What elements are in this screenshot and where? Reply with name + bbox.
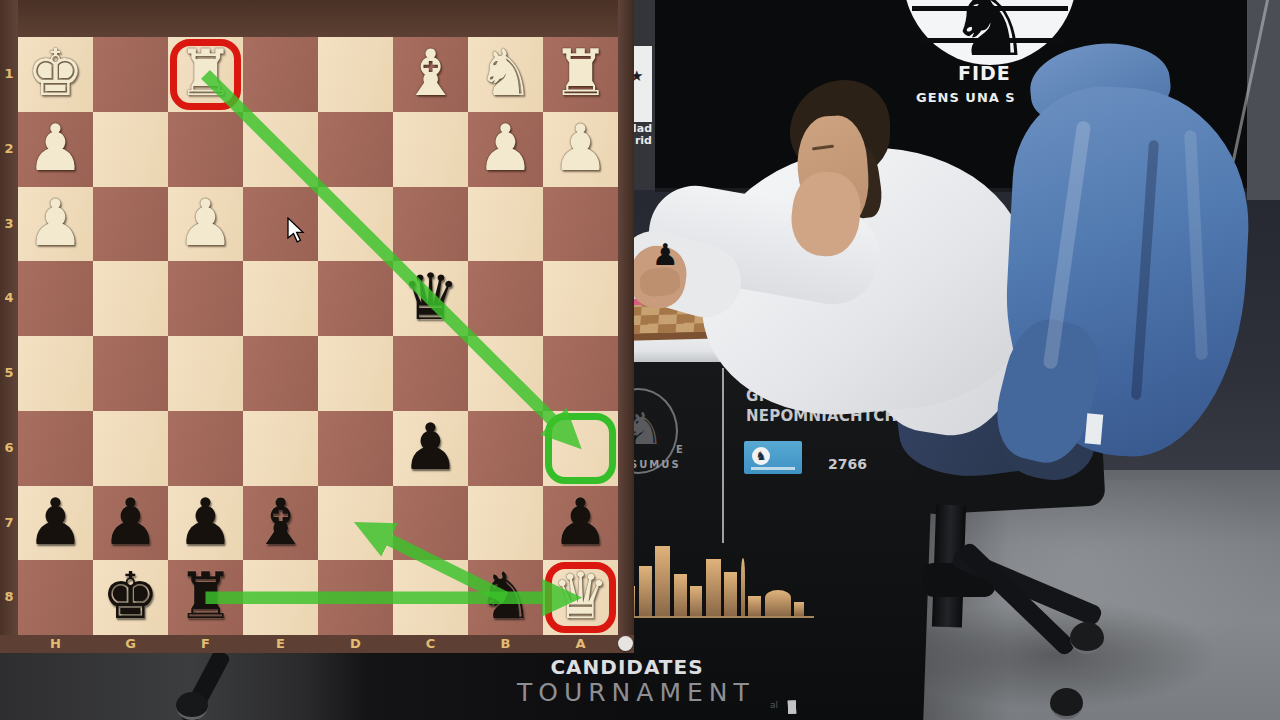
piece-bP-g7[interactable]: ♟ xyxy=(93,486,168,561)
square-c2[interactable] xyxy=(393,112,468,187)
square-a1[interactable]: ♜ xyxy=(543,37,618,112)
piece-wP-h3[interactable]: ♟ xyxy=(18,187,93,262)
square-e1[interactable] xyxy=(243,37,318,112)
square-f8[interactable]: ♜ xyxy=(168,560,243,635)
square-b7[interactable] xyxy=(468,486,543,561)
skyline-building xyxy=(706,559,721,616)
square-a4[interactable] xyxy=(543,261,618,336)
wall-panel-right xyxy=(1247,0,1280,200)
mouse-cursor xyxy=(287,217,309,247)
square-g1[interactable] xyxy=(93,37,168,112)
chair-wheel xyxy=(1050,688,1083,719)
piece-bK-g8[interactable]: ♚ xyxy=(93,560,168,635)
green-ring-a6 xyxy=(545,413,616,484)
square-a7[interactable]: ♟ xyxy=(543,486,618,561)
badge-caption-bar xyxy=(751,467,795,470)
board-frame-top xyxy=(0,0,634,37)
rank-label-4: 4 xyxy=(0,261,18,335)
piece-bQ-c4[interactable]: ♛ xyxy=(393,261,468,336)
square-b3[interactable] xyxy=(468,187,543,262)
piece-wP-a2[interactable]: ♟ xyxy=(543,112,618,187)
piece-bN-b8[interactable]: ♞ xyxy=(468,560,543,635)
rank-label-6: 6 xyxy=(0,411,18,485)
square-c4[interactable]: ♛ xyxy=(393,261,468,336)
rank-label-2: 2 xyxy=(0,112,18,186)
square-h5[interactable] xyxy=(18,336,93,411)
screenshot-stage: ♞ FIDE GENS UNA S ★ ★ dad rid ♞ E SUMUS … xyxy=(0,0,1280,720)
square-e5[interactable] xyxy=(243,336,318,411)
square-b1[interactable]: ♞ xyxy=(468,37,543,112)
chair-wheel xyxy=(1070,622,1104,654)
piece-wP-b2[interactable]: ♟ xyxy=(468,112,543,187)
piece-bP-f7[interactable]: ♟ xyxy=(168,486,243,561)
fide-knight-icon: ♞ xyxy=(753,447,769,465)
square-d2[interactable] xyxy=(318,112,393,187)
file-label-g: G xyxy=(93,636,168,652)
square-c3[interactable] xyxy=(393,187,468,262)
piece-wR-a1[interactable]: ♜ xyxy=(543,37,618,112)
file-label-c: C xyxy=(393,636,468,652)
square-d3[interactable] xyxy=(318,187,393,262)
square-c1[interactable]: ♝ xyxy=(393,37,468,112)
square-b4[interactable] xyxy=(468,261,543,336)
square-c5[interactable] xyxy=(393,336,468,411)
square-h1[interactable]: ♚ xyxy=(18,37,93,112)
skyline-building xyxy=(794,602,804,616)
square-f2[interactable] xyxy=(168,112,243,187)
square-f3[interactable]: ♟ xyxy=(168,187,243,262)
board-frame-right xyxy=(618,0,634,653)
square-g3[interactable] xyxy=(93,187,168,262)
skyline-building xyxy=(674,574,687,616)
square-h4[interactable] xyxy=(18,261,93,336)
piece-wN-b1[interactable]: ♞ xyxy=(468,37,543,112)
event-title-line1: CANDIDATES xyxy=(527,655,727,679)
piece-bR-f8[interactable]: ♜ xyxy=(168,560,243,635)
piece-wP-f3[interactable]: ♟ xyxy=(168,187,243,262)
file-label-d: D xyxy=(318,636,393,652)
desk-panel-edge xyxy=(722,368,724,543)
player-rating: 2766 xyxy=(828,456,888,472)
square-e6[interactable] xyxy=(243,411,318,486)
square-h7[interactable]: ♟ xyxy=(18,486,93,561)
red-ring-f1 xyxy=(170,39,241,110)
square-g8[interactable]: ♚ xyxy=(93,560,168,635)
square-g6[interactable] xyxy=(93,411,168,486)
square-d6[interactable] xyxy=(318,411,393,486)
red-ring-a8 xyxy=(545,562,616,633)
square-e7[interactable]: ♝ xyxy=(243,486,318,561)
file-label-e: E xyxy=(243,636,318,652)
rank-label-7: 7 xyxy=(0,486,18,560)
square-b5[interactable] xyxy=(468,336,543,411)
piece-bB-e7[interactable]: ♝ xyxy=(243,486,318,561)
skyline-building xyxy=(690,586,702,616)
square-g7[interactable]: ♟ xyxy=(93,486,168,561)
piece-wP-h2[interactable]: ♟ xyxy=(18,112,93,187)
piece-wK-h1[interactable]: ♚ xyxy=(18,37,93,112)
fide-motto: GENS UNA S xyxy=(916,90,1036,105)
piece-bP-a7[interactable]: ♟ xyxy=(543,486,618,561)
rank-label-1: 1 xyxy=(0,37,18,111)
skyline-building xyxy=(724,572,737,616)
square-h6[interactable] xyxy=(18,411,93,486)
square-g2[interactable] xyxy=(93,112,168,187)
motto-fragment: SUMUS xyxy=(630,459,690,470)
rank-label-3: 3 xyxy=(0,187,18,261)
square-h3[interactable]: ♟ xyxy=(18,187,93,262)
fide-wordmark: FIDE xyxy=(958,62,1038,84)
square-b8[interactable]: ♞ xyxy=(468,560,543,635)
square-d7[interactable] xyxy=(318,486,393,561)
square-e4[interactable] xyxy=(243,261,318,336)
square-a5[interactable] xyxy=(543,336,618,411)
square-a2[interactable]: ♟ xyxy=(543,112,618,187)
square-f6[interactable] xyxy=(168,411,243,486)
square-c8[interactable] xyxy=(393,560,468,635)
event-title-line2: TOURNAMENT xyxy=(517,678,737,707)
skyline-building xyxy=(741,558,745,616)
square-f5[interactable] xyxy=(168,336,243,411)
fide-wordmark-fragment: E xyxy=(676,444,690,455)
square-h2[interactable]: ♟ xyxy=(18,112,93,187)
rank-label-8: 8 xyxy=(0,560,18,634)
skyline-building xyxy=(748,596,761,616)
pocket-square xyxy=(1085,413,1104,444)
square-a3[interactable] xyxy=(543,187,618,262)
square-d4[interactable] xyxy=(318,261,393,336)
madrid-skyline-graphic xyxy=(622,544,820,618)
skyline-building xyxy=(765,590,791,616)
skyline-building xyxy=(639,566,652,616)
square-e8[interactable] xyxy=(243,560,318,635)
footer-logo-blocks xyxy=(788,699,832,715)
square-d1[interactable] xyxy=(318,37,393,112)
square-f4[interactable] xyxy=(168,261,243,336)
square-g4[interactable] xyxy=(93,261,168,336)
site-logo-dot xyxy=(618,636,633,651)
piece-bP-h7[interactable]: ♟ xyxy=(18,486,93,561)
digital-chess-board[interactable]: ♚♜♝♞♜♟♟♟♟♟♛♟♟♟♟♝♟♚♜♞♛ HGFEDCBA12345678 xyxy=(0,0,634,653)
square-f7[interactable]: ♟ xyxy=(168,486,243,561)
file-label-a: A xyxy=(543,636,618,652)
skyline-baseline xyxy=(622,616,814,618)
square-e2[interactable] xyxy=(243,112,318,187)
piece-wB-c1[interactable]: ♝ xyxy=(393,37,468,112)
square-c6[interactable]: ♟ xyxy=(393,411,468,486)
square-h8[interactable] xyxy=(18,560,93,635)
square-g5[interactable] xyxy=(93,336,168,411)
file-label-h: H xyxy=(18,636,93,652)
piece-bP-c6[interactable]: ♟ xyxy=(393,411,468,486)
skyline-building xyxy=(655,546,670,616)
rank-label-5: 5 xyxy=(0,336,18,410)
stand-wheel xyxy=(176,692,208,720)
file-label-b: B xyxy=(468,636,543,652)
square-b6[interactable] xyxy=(468,411,543,486)
square-d5[interactable] xyxy=(318,336,393,411)
square-b2[interactable]: ♟ xyxy=(468,112,543,187)
square-d8[interactable] xyxy=(318,560,393,635)
file-label-f: F xyxy=(168,636,243,652)
square-c7[interactable] xyxy=(393,486,468,561)
